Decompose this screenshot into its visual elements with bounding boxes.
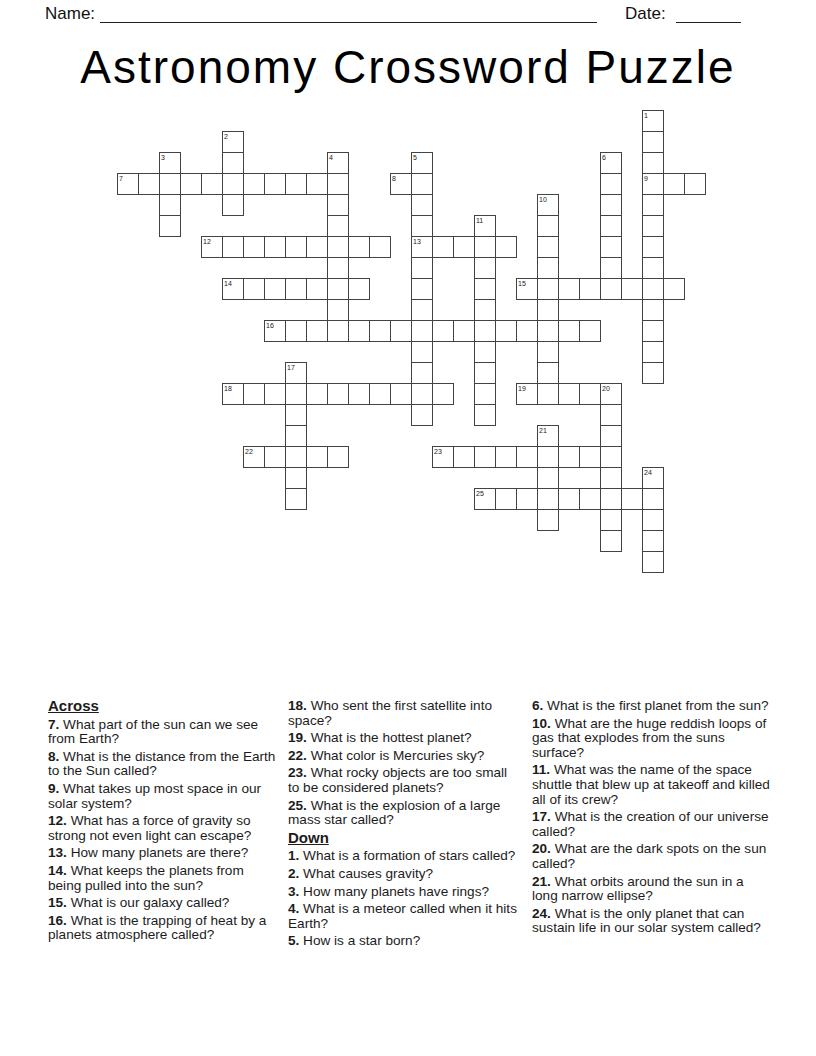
clue-number: 20. bbox=[532, 841, 551, 856]
clue-text: What has a force of gravity so strong no… bbox=[48, 813, 251, 843]
cell-number-14: 14 bbox=[222, 278, 232, 287]
clue-item-21: 21. What orbits around the sun in a long… bbox=[532, 875, 772, 904]
clue-text: What part of the sun can we see from Ear… bbox=[48, 717, 258, 747]
grid-cell-10-6[interactable] bbox=[327, 236, 349, 258]
grid-cell-23-5[interactable] bbox=[600, 215, 622, 237]
grid-cell-23-18[interactable] bbox=[600, 488, 622, 510]
clue-item-16: 16. What is the trapping of heat by a pl… bbox=[48, 914, 280, 943]
grid-cell-10-5[interactable] bbox=[327, 215, 349, 237]
clue-number: 19. bbox=[288, 730, 307, 745]
grid-cell-14-14[interactable] bbox=[411, 404, 433, 426]
grid-cell-24-18[interactable] bbox=[621, 488, 643, 510]
grid-cell-17-9[interactable] bbox=[474, 299, 496, 321]
clue-text: What rocky objects are too small to be c… bbox=[288, 765, 507, 795]
cell-number-15: 15 bbox=[516, 278, 526, 287]
grid-cell-21-13[interactable] bbox=[558, 383, 580, 405]
grid-cell-20-6[interactable] bbox=[537, 236, 559, 258]
grid-cell-16-16[interactable] bbox=[453, 446, 475, 468]
grid-cell-13-13[interactable] bbox=[390, 383, 412, 405]
clue-item-5: 5. How is a star born? bbox=[288, 934, 522, 949]
cell-number-5: 5 bbox=[411, 152, 417, 161]
grid-cell-27-3[interactable] bbox=[684, 173, 706, 195]
clue-number: 23. bbox=[288, 765, 307, 780]
grid-cell-25-20[interactable] bbox=[642, 530, 664, 552]
grid-cell-22-10[interactable] bbox=[579, 320, 601, 342]
grid-cell-20-18[interactable] bbox=[537, 488, 559, 510]
grid-cell-18-18[interactable] bbox=[495, 488, 517, 510]
grid-cell-19-18[interactable] bbox=[516, 488, 538, 510]
clue-number: 24. bbox=[532, 906, 551, 921]
grid-cell-12-13[interactable] bbox=[369, 383, 391, 405]
grid-cell-25-21[interactable] bbox=[642, 551, 664, 573]
grid-cell-16-6[interactable] bbox=[453, 236, 475, 258]
worksheet-page: Name: Date: Astronomy Crossword Puzzle 7… bbox=[0, 0, 816, 1056]
grid-cell-22-18[interactable] bbox=[579, 488, 601, 510]
grid-cell-23-20[interactable] bbox=[600, 530, 622, 552]
clue-text: What is a meteor called when it hits Ear… bbox=[288, 901, 517, 931]
grid-cell-23-3[interactable] bbox=[600, 173, 622, 195]
grid-cell-17-16[interactable] bbox=[474, 446, 496, 468]
grid-cell-17-11[interactable] bbox=[474, 341, 496, 363]
grid-cell-15-6[interactable] bbox=[432, 236, 454, 258]
grid-cell-14-11[interactable] bbox=[411, 341, 433, 363]
grid-cell-14-3[interactable] bbox=[411, 173, 433, 195]
grid-cell-12-10[interactable] bbox=[369, 320, 391, 342]
clue-number: 21. bbox=[532, 874, 551, 889]
grid-cell-21-8[interactable] bbox=[558, 278, 580, 300]
grid-cell-25-5[interactable] bbox=[642, 215, 664, 237]
clue-text: What was the name of the space shuttle t… bbox=[532, 762, 770, 806]
grid-cell-19-10[interactable] bbox=[516, 320, 538, 342]
grid-cell-5-2[interactable] bbox=[222, 152, 244, 174]
clue-number: 1. bbox=[288, 848, 299, 863]
grid-cell-22-8[interactable] bbox=[579, 278, 601, 300]
grid-cell-8-18[interactable] bbox=[285, 488, 307, 510]
grid-cell-9-13[interactable] bbox=[306, 383, 328, 405]
clue-item-11: 11. What was the name of the space shutt… bbox=[532, 763, 772, 807]
grid-cell-26-8[interactable] bbox=[663, 278, 685, 300]
grid-cell-13-10[interactable] bbox=[390, 320, 412, 342]
grid-cell-10-4[interactable] bbox=[327, 194, 349, 216]
grid-cell-14-9[interactable] bbox=[411, 299, 433, 321]
cell-number-12: 12 bbox=[201, 236, 211, 245]
grid-cell-7-16[interactable] bbox=[264, 446, 286, 468]
grid-cell-21-18[interactable] bbox=[558, 488, 580, 510]
clue-item-15: 15. What is our galaxy called? bbox=[48, 896, 280, 911]
clue-header-across: Across bbox=[48, 699, 280, 714]
cell-number-6: 6 bbox=[600, 152, 606, 161]
clue-number: 7. bbox=[48, 717, 59, 732]
clue-text: What is the explosion of a large mass st… bbox=[288, 798, 500, 828]
grid-cell-14-8[interactable] bbox=[411, 278, 433, 300]
grid-cell-20-13[interactable] bbox=[537, 383, 559, 405]
cell-number-21: 21 bbox=[537, 425, 547, 434]
clue-text: What color is Mercuries sky? bbox=[307, 748, 485, 763]
grid-cell-5-6[interactable] bbox=[222, 236, 244, 258]
grid-cell-1-3[interactable] bbox=[138, 173, 160, 195]
grid-cell-10-10[interactable] bbox=[327, 320, 349, 342]
grid-cell-23-8[interactable] bbox=[600, 278, 622, 300]
clue-item-17: 17. What is the creation of our universe… bbox=[532, 810, 772, 839]
grid-cell-23-15[interactable] bbox=[600, 425, 622, 447]
grid-cell-5-4[interactable] bbox=[222, 194, 244, 216]
grid-cell-20-8[interactable] bbox=[537, 278, 559, 300]
clue-item-7: 7. What part of the sun can we see from … bbox=[48, 718, 280, 747]
grid-cell-9-6[interactable] bbox=[306, 236, 328, 258]
cell-number-10: 10 bbox=[537, 194, 547, 203]
cell-number-23: 23 bbox=[432, 446, 442, 455]
clue-number: 11. bbox=[532, 762, 550, 777]
clue-text: What takes up most space in our solar sy… bbox=[48, 781, 261, 811]
cell-number-22: 22 bbox=[243, 446, 253, 455]
clue-number: 10. bbox=[532, 716, 551, 731]
clue-text: What is our galaxy called? bbox=[67, 895, 229, 910]
grid-cell-14-10[interactable] bbox=[411, 320, 433, 342]
cell-number-3: 3 bbox=[159, 152, 165, 161]
grid-cell-8-10[interactable] bbox=[285, 320, 307, 342]
grid-cell-6-3[interactable] bbox=[243, 173, 265, 195]
clue-number: 16. bbox=[48, 913, 67, 928]
grid-cell-11-13[interactable] bbox=[348, 383, 370, 405]
grid-cell-21-10[interactable] bbox=[558, 320, 580, 342]
grid-cell-4-3[interactable] bbox=[201, 173, 223, 195]
clue-text: What are the huge reddish loops of gas t… bbox=[532, 716, 766, 760]
clue-number: 18. bbox=[288, 698, 307, 713]
grid-cell-23-7[interactable] bbox=[600, 257, 622, 279]
grid-cell-7-8[interactable] bbox=[264, 278, 286, 300]
grid-cell-8-8[interactable] bbox=[285, 278, 307, 300]
grid-cell-6-8[interactable] bbox=[243, 278, 265, 300]
clue-item-25: 25. What is the explosion of a large mas… bbox=[288, 799, 522, 828]
grid-cell-20-12[interactable] bbox=[537, 362, 559, 384]
name-label: Name: bbox=[45, 4, 95, 24]
cell-number-24: 24 bbox=[642, 467, 652, 476]
cell-number-2: 2 bbox=[222, 131, 228, 140]
clue-number: 3. bbox=[288, 884, 299, 899]
grid-cell-20-19[interactable] bbox=[537, 509, 559, 531]
clue-item-20: 20. What are the dark spots on the sun c… bbox=[532, 842, 772, 871]
grid-cell-9-16[interactable] bbox=[306, 446, 328, 468]
clue-number: 25. bbox=[288, 798, 307, 813]
grid-cell-18-6[interactable] bbox=[495, 236, 517, 258]
clue-item-4: 4. What is a meteor called when it hits … bbox=[288, 902, 522, 931]
grid-cell-20-7[interactable] bbox=[537, 257, 559, 279]
clue-item-23: 23. What rocky objects are too small to … bbox=[288, 766, 522, 795]
date-label: Date: bbox=[625, 4, 666, 24]
grid-cell-15-10[interactable] bbox=[432, 320, 454, 342]
grid-cell-23-16[interactable] bbox=[600, 446, 622, 468]
grid-cell-14-12[interactable] bbox=[411, 362, 433, 384]
clue-item-10: 10. What are the huge reddish loops of g… bbox=[532, 717, 772, 761]
cell-number-13: 13 bbox=[411, 236, 421, 245]
grid-cell-17-7[interactable] bbox=[474, 257, 496, 279]
cell-number-18: 18 bbox=[222, 383, 232, 392]
clue-number: 17. bbox=[532, 809, 551, 824]
grid-cell-23-19[interactable] bbox=[600, 509, 622, 531]
clue-number: 5. bbox=[288, 933, 299, 948]
grid-cell-25-10[interactable] bbox=[642, 320, 664, 342]
grid-cell-14-5[interactable] bbox=[411, 215, 433, 237]
grid-cell-10-8[interactable] bbox=[327, 278, 349, 300]
grid-cell-25-19[interactable] bbox=[642, 509, 664, 531]
clue-text: How many planets have rings? bbox=[299, 884, 489, 899]
grid-cell-2-4[interactable] bbox=[159, 194, 181, 216]
clue-text: How is a star born? bbox=[299, 933, 420, 948]
grid-cell-18-10[interactable] bbox=[495, 320, 517, 342]
cell-number-20: 20 bbox=[600, 383, 610, 392]
grid-cell-17-12[interactable] bbox=[474, 362, 496, 384]
grid-cell-8-14[interactable] bbox=[285, 404, 307, 426]
clue-text: What is the hottest planet? bbox=[307, 730, 472, 745]
clue-text: What orbits around the sun in a long nar… bbox=[532, 874, 744, 904]
grid-cell-11-6[interactable] bbox=[348, 236, 370, 258]
clue-item-6: 6. What is the first planet from the sun… bbox=[532, 699, 772, 714]
grid-cell-17-14[interactable] bbox=[474, 404, 496, 426]
cell-number-17: 17 bbox=[285, 362, 295, 371]
clue-item-19: 19. What is the hottest planet? bbox=[288, 731, 522, 746]
grid-cell-25-9[interactable] bbox=[642, 299, 664, 321]
grid-cell-25-8[interactable] bbox=[642, 278, 664, 300]
grid-cell-3-3[interactable] bbox=[180, 173, 202, 195]
clue-number: 12. bbox=[48, 813, 67, 828]
clue-number: 8. bbox=[48, 749, 59, 764]
clue-item-18: 18. Who sent the first satellite into sp… bbox=[288, 699, 522, 728]
grid-cell-18-16[interactable] bbox=[495, 446, 517, 468]
clue-item-8: 8. What is the distance from the Earth t… bbox=[48, 750, 280, 779]
crossword-grid: 7891213141516181922232512345610111720212… bbox=[117, 110, 706, 573]
grid-cell-17-10[interactable] bbox=[474, 320, 496, 342]
clue-number: 6. bbox=[532, 698, 543, 713]
grid-cell-8-3[interactable] bbox=[285, 173, 307, 195]
clue-number: 4. bbox=[288, 901, 299, 916]
grid-cell-22-13[interactable] bbox=[579, 383, 601, 405]
grid-cell-11-8[interactable] bbox=[348, 278, 370, 300]
clue-number: 13. bbox=[48, 845, 67, 860]
clue-item-13: 13. How many planets are there? bbox=[48, 846, 280, 861]
grid-cell-20-9[interactable] bbox=[537, 299, 559, 321]
grid-cell-11-10[interactable] bbox=[348, 320, 370, 342]
grid-cell-25-1[interactable] bbox=[642, 131, 664, 153]
grid-cell-10-13[interactable] bbox=[327, 383, 349, 405]
clue-text: What is the trapping of heat by a planet… bbox=[48, 913, 266, 943]
cell-number-19: 19 bbox=[516, 383, 526, 392]
clue-item-22: 22. What color is Mercuries sky? bbox=[288, 749, 522, 764]
grid-cell-10-3[interactable] bbox=[327, 173, 349, 195]
grid-cell-24-8[interactable] bbox=[621, 278, 643, 300]
grid-cell-25-11[interactable] bbox=[642, 341, 664, 363]
grid-cell-6-6[interactable] bbox=[243, 236, 265, 258]
clue-item-12: 12. What has a force of gravity so stron… bbox=[48, 814, 280, 843]
clue-item-14: 14. What keeps the planets from being pu… bbox=[48, 864, 280, 893]
clue-item-1: 1. What is a formation of stars called? bbox=[288, 849, 522, 864]
cell-number-1: 1 bbox=[642, 110, 648, 119]
cell-number-25: 25 bbox=[474, 488, 484, 497]
grid-cell-7-3[interactable] bbox=[264, 173, 286, 195]
grid-cell-14-7[interactable] bbox=[411, 257, 433, 279]
clue-number: 15. bbox=[48, 895, 67, 910]
grid-cell-14-4[interactable] bbox=[411, 194, 433, 216]
name-blank-line[interactable] bbox=[100, 2, 597, 23]
clue-item-9: 9. What takes up most space in our solar… bbox=[48, 782, 280, 811]
grid-cell-8-16[interactable] bbox=[285, 446, 307, 468]
grid-cell-25-4[interactable] bbox=[642, 194, 664, 216]
clue-column-middle: 18. Who sent the first satellite into sp… bbox=[288, 699, 522, 952]
grid-cell-2-3[interactable] bbox=[159, 173, 181, 195]
grid-cell-25-2[interactable] bbox=[642, 152, 664, 174]
grid-cell-6-13[interactable] bbox=[243, 383, 265, 405]
grid-cell-5-3[interactable] bbox=[222, 173, 244, 195]
cell-number-8: 8 bbox=[390, 173, 396, 182]
grid-cell-8-6[interactable] bbox=[285, 236, 307, 258]
clue-number: 14. bbox=[48, 863, 67, 878]
clue-text: What causes gravity? bbox=[299, 866, 433, 881]
grid-cell-10-16[interactable] bbox=[327, 446, 349, 468]
clue-text: Who sent the first satellite into space? bbox=[288, 698, 492, 728]
grid-cell-23-6[interactable] bbox=[600, 236, 622, 258]
grid-cell-9-8[interactable] bbox=[306, 278, 328, 300]
grid-cell-23-4[interactable] bbox=[600, 194, 622, 216]
grid-cell-25-7[interactable] bbox=[642, 257, 664, 279]
grid-cell-15-13[interactable] bbox=[432, 383, 454, 405]
grid-cell-23-17[interactable] bbox=[600, 467, 622, 489]
grid-cell-25-6[interactable] bbox=[642, 236, 664, 258]
cell-number-11: 11 bbox=[474, 215, 483, 224]
grid-cell-20-10[interactable] bbox=[537, 320, 559, 342]
clue-item-24: 24. What is the only planet that can sus… bbox=[532, 907, 772, 936]
grid-cell-20-16[interactable] bbox=[537, 446, 559, 468]
grid-cell-21-16[interactable] bbox=[558, 446, 580, 468]
grid-cell-8-13[interactable] bbox=[285, 383, 307, 405]
date-blank-line[interactable] bbox=[676, 2, 741, 23]
grid-cell-26-3[interactable] bbox=[663, 173, 685, 195]
clue-text: What are the dark spots on the sun calle… bbox=[532, 841, 766, 871]
grid-cell-9-10[interactable] bbox=[306, 320, 328, 342]
grid-cell-17-6[interactable] bbox=[474, 236, 496, 258]
clue-item-3: 3. How many planets have rings? bbox=[288, 885, 522, 900]
clue-column-right: 6. What is the first planet from the sun… bbox=[532, 699, 772, 939]
clue-text: What is the only planet that can sustain… bbox=[532, 906, 761, 936]
grid-cell-20-17[interactable] bbox=[537, 467, 559, 489]
clue-item-2: 2. What causes gravity? bbox=[288, 867, 522, 882]
grid-cell-7-6[interactable] bbox=[264, 236, 286, 258]
grid-cell-20-5[interactable] bbox=[537, 215, 559, 237]
grid-cell-8-17[interactable] bbox=[285, 467, 307, 489]
cell-number-16: 16 bbox=[264, 320, 274, 329]
clue-text: What is the distance from the Earth to t… bbox=[48, 749, 275, 779]
clue-column-left: Across7. What part of the sun can we see… bbox=[48, 699, 280, 946]
grid-cell-19-16[interactable] bbox=[516, 446, 538, 468]
grid-cell-22-16[interactable] bbox=[579, 446, 601, 468]
clue-text: What is a formation of stars called? bbox=[299, 848, 515, 863]
clue-header-down: Down bbox=[288, 831, 522, 846]
grid-cell-17-13[interactable] bbox=[474, 383, 496, 405]
clue-text: What keeps the planets from being pulled… bbox=[48, 863, 244, 893]
grid-cell-20-11[interactable] bbox=[537, 341, 559, 363]
grid-cell-17-8[interactable] bbox=[474, 278, 496, 300]
clue-number: 9. bbox=[48, 781, 59, 796]
grid-cell-2-5[interactable] bbox=[159, 215, 181, 237]
grid-cell-16-10[interactable] bbox=[453, 320, 475, 342]
grid-cell-9-3[interactable] bbox=[306, 173, 328, 195]
cell-number-7: 7 bbox=[117, 173, 123, 182]
grid-cell-23-14[interactable] bbox=[600, 404, 622, 426]
cell-number-4: 4 bbox=[327, 152, 333, 161]
cell-number-9: 9 bbox=[642, 173, 648, 182]
grid-cell-10-7[interactable] bbox=[327, 257, 349, 279]
grid-cell-10-9[interactable] bbox=[327, 299, 349, 321]
clue-number: 22. bbox=[288, 748, 307, 763]
clue-text: What is the creation of our universe cal… bbox=[532, 809, 769, 839]
clue-text: What is the first planet from the sun? bbox=[543, 698, 768, 713]
grid-cell-25-12[interactable] bbox=[642, 362, 664, 384]
clue-number: 2. bbox=[288, 866, 299, 881]
grid-cell-25-18[interactable] bbox=[642, 488, 664, 510]
grid-cell-14-13[interactable] bbox=[411, 383, 433, 405]
grid-cell-7-13[interactable] bbox=[264, 383, 286, 405]
grid-cell-12-6[interactable] bbox=[369, 236, 391, 258]
clue-text: How many planets are there? bbox=[67, 845, 248, 860]
grid-cell-8-15[interactable] bbox=[285, 425, 307, 447]
page-title: Astronomy Crossword Puzzle bbox=[0, 40, 816, 94]
